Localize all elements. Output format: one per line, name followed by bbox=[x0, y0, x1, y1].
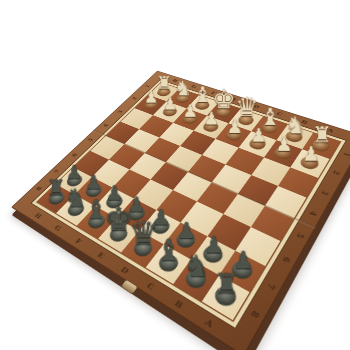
chess-board: HGFEDCBA HGFEDCBA 12345678 12345678 ♜♞♝♚… bbox=[11, 71, 350, 350]
chess-set-photo: HGFEDCBA HGFEDCBA 12345678 12345678 ♜♞♝♚… bbox=[0, 0, 350, 350]
pawn-glyph: ♟ bbox=[289, 144, 335, 164]
perspective-wrapper: HGFEDCBA HGFEDCBA 12345678 12345678 ♜♞♝♚… bbox=[0, 0, 350, 350]
rook-glyph: ♜ bbox=[198, 271, 255, 299]
